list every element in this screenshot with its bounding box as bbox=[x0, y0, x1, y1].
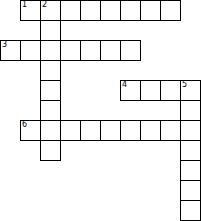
cell-r0c6[interactable] bbox=[120, 0, 141, 21]
clue-number: 2 bbox=[42, 1, 47, 9]
cell-r2c0[interactable]: 3 bbox=[0, 40, 21, 61]
cell-r6c5[interactable] bbox=[100, 120, 121, 141]
cell-r7c9[interactable] bbox=[180, 140, 201, 161]
cell-r0c8[interactable] bbox=[160, 0, 181, 21]
cell-r6c7[interactable] bbox=[140, 120, 161, 141]
cell-r5c2[interactable] bbox=[40, 100, 61, 121]
cell-r4c6[interactable]: 4 bbox=[120, 80, 141, 101]
cell-r4c8[interactable] bbox=[160, 80, 181, 101]
cell-r5c9[interactable] bbox=[180, 100, 201, 121]
cell-r0c1[interactable]: 1 bbox=[20, 0, 41, 21]
cell-r9c9[interactable] bbox=[180, 180, 201, 201]
cell-r0c4[interactable] bbox=[80, 0, 101, 21]
cell-r6c3[interactable] bbox=[60, 120, 81, 141]
cell-r10c9[interactable] bbox=[180, 200, 201, 221]
cell-r0c5[interactable] bbox=[100, 0, 121, 21]
clue-number: 5 bbox=[182, 81, 187, 89]
cell-r6c9[interactable] bbox=[180, 120, 201, 141]
clue-number: 1 bbox=[22, 1, 27, 9]
cell-r6c1[interactable]: 6 bbox=[20, 120, 41, 141]
cell-r6c4[interactable] bbox=[80, 120, 101, 141]
cell-r2c1[interactable] bbox=[20, 40, 41, 61]
clue-number: 3 bbox=[2, 41, 7, 49]
clue-number: 4 bbox=[122, 81, 127, 89]
clue-number: 6 bbox=[22, 121, 27, 129]
cell-r2c2[interactable] bbox=[40, 40, 61, 61]
cell-r3c2[interactable] bbox=[40, 60, 61, 81]
cell-r2c3[interactable] bbox=[60, 40, 81, 61]
cell-r4c9[interactable]: 5 bbox=[180, 80, 201, 101]
cell-r4c7[interactable] bbox=[140, 80, 161, 101]
cell-r1c2[interactable] bbox=[40, 20, 61, 41]
cell-r2c4[interactable] bbox=[80, 40, 101, 61]
cell-r2c5[interactable] bbox=[100, 40, 121, 61]
cell-r0c7[interactable] bbox=[140, 0, 161, 21]
cell-r0c2[interactable]: 2 bbox=[40, 0, 61, 21]
crossword-board: 123456 bbox=[0, 0, 201, 221]
cell-r8c9[interactable] bbox=[180, 160, 201, 181]
cell-r0c3[interactable] bbox=[60, 0, 81, 21]
cell-r4c2[interactable] bbox=[40, 80, 61, 101]
cell-r6c2[interactable] bbox=[40, 120, 61, 141]
cell-r2c6[interactable] bbox=[120, 40, 141, 61]
cell-r6c6[interactable] bbox=[120, 120, 141, 141]
cell-r7c2[interactable] bbox=[40, 140, 61, 161]
cell-r6c8[interactable] bbox=[160, 120, 181, 141]
